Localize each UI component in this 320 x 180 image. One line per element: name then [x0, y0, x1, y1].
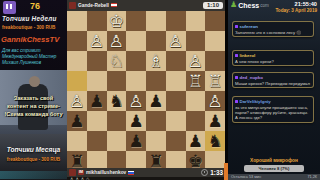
chesscom-pawn-icon: ♟ — [230, 1, 237, 9]
white-knight: ♘ — [109, 53, 124, 70]
square-g6[interactable] — [87, 111, 107, 131]
chat-username[interactable]: DarVelikiyIgniy — [235, 99, 311, 104]
square-h2[interactable] — [67, 31, 87, 51]
sub-badge-icon — [235, 25, 238, 28]
channel-name: GannikChessTV — [1, 35, 67, 44]
chat-username[interactable]: linkerol — [235, 53, 311, 58]
chat-message[interactable]: ded_nupko Мыши орехов? Переводом передум… — [232, 72, 314, 88]
black-pawn: ♟ — [69, 113, 84, 130]
webcam-video — [0, 70, 67, 180]
chat-username[interactable]: ded_nupko — [235, 75, 311, 80]
square-a2[interactable] — [205, 31, 225, 51]
square-a7[interactable]: ♞ — [205, 131, 225, 151]
square-c7[interactable] — [166, 131, 186, 151]
square-c2[interactable]: ♙ — [166, 31, 186, 51]
bottom-player-flag-icon — [128, 171, 134, 175]
black-rook: ♜ — [69, 153, 84, 170]
square-c5[interactable] — [166, 91, 186, 111]
square-h3[interactable] — [67, 51, 87, 71]
black-knight: ♞ — [109, 93, 124, 110]
top-player-flag-icon — [111, 3, 117, 7]
chat-message[interactable]: linkerol А чем плохо орехи? — [232, 50, 314, 66]
square-e6[interactable]: ♟ — [126, 111, 146, 131]
white-pawn: ♙ — [69, 93, 84, 110]
square-h6[interactable]: ♟ — [67, 111, 87, 131]
white-rook: ♖ — [188, 73, 203, 90]
square-b2[interactable] — [186, 31, 206, 51]
square-d6[interactable] — [146, 111, 166, 131]
chat-username-text: linkerol — [240, 53, 256, 58]
square-h5[interactable]: ♙ — [67, 91, 87, 111]
white-pawn: ♙ — [109, 33, 124, 50]
square-b7[interactable]: ♟ — [186, 131, 206, 151]
clock-icon — [201, 169, 208, 176]
chat-username-text: sufereon — [240, 24, 259, 29]
square-f3[interactable]: ♘ — [107, 51, 127, 71]
square-a1[interactable] — [205, 11, 225, 31]
square-b1[interactable] — [186, 11, 206, 31]
weekly-top-donor: freakboutique - 300 RUB — [2, 25, 66, 30]
weekly-top-title: Топчики Недели — [2, 15, 66, 22]
square-g1[interactable] — [87, 11, 107, 31]
black-clock: 1:33 — [201, 169, 223, 176]
order-content-line3: !Схема команда боту — [1, 111, 66, 118]
bottom-player-avatar[interactable] — [69, 169, 76, 176]
white-bishop: ♗ — [148, 53, 163, 70]
square-g3[interactable] — [87, 51, 107, 71]
square-d4[interactable] — [146, 71, 166, 91]
chat-text: Мыши орехов? Переводом передумал — [235, 81, 311, 86]
white-king: ♔ — [109, 13, 124, 30]
square-f2[interactable]: ♙ — [107, 31, 127, 51]
square-c4[interactable] — [166, 71, 186, 91]
footer-time-left: Осталось 53 мин — [231, 175, 261, 179]
square-g2[interactable]: ♙ — [87, 31, 107, 51]
chesscom-logo: ♟ Chess com — [230, 1, 269, 9]
black-pawn: ♟ — [129, 113, 144, 130]
chat-text: Заполняю это в сосновом лесу ⚫ — [235, 30, 311, 35]
black-king: ♚ — [188, 153, 203, 170]
sub-badge-icon — [235, 76, 238, 79]
square-e7[interactable]: ♟ — [126, 131, 146, 151]
square-e1[interactable] — [126, 11, 146, 31]
square-c6[interactable] — [166, 111, 186, 131]
subtitle-line3: Михаил Лушенков — [2, 60, 41, 65]
top-player-name: Gande-Rebell — [78, 3, 109, 8]
square-f6[interactable] — [107, 111, 127, 131]
black-clock-value: 1:33 — [210, 169, 223, 176]
footer-counter: 71,2К — [307, 175, 317, 179]
chat-message[interactable]: DarVelikiyIgniy за что минусанули прошед… — [232, 96, 314, 123]
square-c1[interactable] — [166, 11, 186, 31]
square-c3[interactable] — [166, 51, 186, 71]
black-pawn: ♟ — [89, 93, 104, 110]
chesscom-logo-text: Chess — [238, 2, 259, 9]
square-f7[interactable] — [107, 131, 127, 151]
chat-panel: ♟ Chess com 21:55:40 Today: 3 April 2019… — [228, 0, 320, 180]
bottom-player-name: mikhaillushenkov — [86, 170, 126, 175]
square-d2[interactable] — [146, 31, 166, 51]
streamer-head — [29, 76, 40, 87]
chesscom-logo-suffix: com — [260, 3, 269, 8]
monthly-top-donor: freakboutique - 300 RUB — [1, 157, 66, 162]
square-g7[interactable] — [87, 131, 107, 151]
chat-username-text: ded_nupko — [240, 75, 263, 80]
chess-board[interactable]: ♔♙♙♙♘♗♙♖♖♙♟♞♙♟♙♟♟♟♟♟♞♜♜♚ — [67, 11, 225, 171]
square-b3[interactable]: ♙ — [186, 51, 206, 71]
fine-print-smudge — [0, 171, 67, 179]
square-h4[interactable] — [67, 71, 87, 91]
white-clock: 1:10 — [203, 2, 223, 9]
captured-pieces-tray: ♙♙♙♘ — [69, 176, 91, 180]
chat-username-text: DarVelikiyIgniy — [240, 99, 271, 104]
square-b5[interactable] — [186, 91, 206, 111]
subtitle-line1: Для вас стримит — [2, 48, 41, 53]
sub-badge-icon — [235, 54, 238, 57]
current-date: Today: 3 April 2019 — [275, 8, 317, 13]
square-d5[interactable]: ♟ — [146, 91, 166, 111]
poll-title: Хороший микрофон — [228, 158, 320, 163]
panel-footer: Осталось 53 мин 71,2К — [228, 174, 320, 180]
white-pawn: ♙ — [129, 93, 144, 110]
black-pawn: ♟ — [188, 133, 203, 150]
viewer-count: 76 — [30, 1, 40, 11]
black-pawn: ♟ — [208, 113, 223, 130]
square-d7[interactable] — [146, 131, 166, 151]
current-time: 21:55:40 — [295, 1, 317, 7]
black-pawn: ♟ — [129, 133, 144, 150]
stream-screenshot: 76 Топчики Недели freakboutique - 300 RU… — [0, 0, 320, 180]
square-f1[interactable]: ♔ — [107, 11, 127, 31]
chess-area: ♔♙♙♙♘♗♙♖♖♙♟♞♙♟♙♟♟♟♟♟♞♜♜♚ Gande-Rebell 1:… — [67, 0, 225, 180]
black-knight: ♞ — [208, 133, 223, 150]
monthly-top-title: Топчики Месяца — [1, 146, 66, 153]
white-pawn: ♙ — [89, 33, 104, 50]
square-d1[interactable] — [146, 11, 166, 31]
black-rook: ♜ — [148, 153, 163, 170]
streamer-subtitle: Для вас стримит Международный Мастер Мих… — [2, 48, 66, 66]
square-g4[interactable] — [87, 71, 107, 91]
chat-text: за что минусанули прошедшего часа, парни… — [235, 105, 311, 121]
square-a4[interactable]: ♖ — [205, 71, 225, 91]
poll-option-button[interactable]: Человек 8 (7%) — [244, 165, 304, 172]
order-content-line2: контент на стриме- — [1, 103, 66, 110]
square-d3[interactable]: ♗ — [146, 51, 166, 71]
square-e3[interactable] — [126, 51, 146, 71]
square-h7[interactable] — [67, 131, 87, 151]
order-content-line1: Заказать свой — [1, 95, 66, 102]
top-player-bar: Gande-Rebell 1:10 — [67, 0, 225, 11]
square-e4[interactable] — [126, 71, 146, 91]
white-pawn: ♙ — [208, 93, 223, 110]
square-e2[interactable] — [126, 31, 146, 51]
square-a3[interactable] — [205, 51, 225, 71]
im-title-badge: IM — [78, 170, 84, 175]
square-a6[interactable]: ♟ — [205, 111, 225, 131]
chat-text: А чем плохо орехи? — [235, 59, 311, 64]
chat-message[interactable]: sufereon Заполняю это в сосновом лесу ⚫ — [232, 21, 314, 37]
square-e5[interactable]: ♙ — [126, 91, 146, 111]
white-pawn: ♙ — [188, 53, 203, 70]
subtitle-line2: Международный Мастер — [2, 54, 56, 59]
square-h1[interactable] — [67, 11, 87, 31]
white-pawn: ♙ — [168, 33, 183, 50]
square-a5[interactable]: ♙ — [205, 91, 225, 111]
square-b6[interactable] — [186, 111, 206, 131]
white-rook: ♖ — [208, 73, 223, 90]
square-b4[interactable]: ♖ — [186, 71, 206, 91]
sub-badge-icon — [235, 100, 238, 103]
chat-username[interactable]: sufereon — [235, 24, 311, 29]
left-overlay-panel: 76 Топчики Недели freakboutique - 300 RU… — [0, 0, 67, 180]
top-player-avatar[interactable] — [69, 2, 76, 9]
square-f4[interactable] — [107, 71, 127, 91]
square-f5[interactable]: ♞ — [107, 91, 127, 111]
square-g5[interactable]: ♟ — [87, 91, 107, 111]
twitch-logo-icon[interactable] — [3, 1, 16, 14]
black-pawn: ♟ — [148, 93, 163, 110]
